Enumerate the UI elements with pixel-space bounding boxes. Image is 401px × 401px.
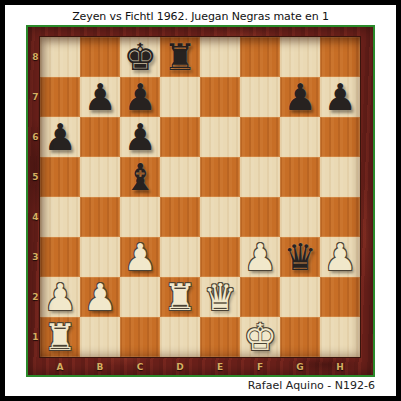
credit-text: Rafael Aquino - N192-6 bbox=[248, 379, 375, 392]
square-b1[interactable] bbox=[80, 317, 120, 357]
square-d5[interactable] bbox=[160, 157, 200, 197]
square-d7[interactable] bbox=[160, 77, 200, 117]
square-e3[interactable] bbox=[200, 237, 240, 277]
white-rook-d2[interactable]: ♜ bbox=[163, 279, 196, 316]
square-c7[interactable]: ♟ bbox=[120, 77, 160, 117]
file-label-E: E bbox=[200, 361, 240, 373]
file-label-G: G bbox=[280, 361, 320, 373]
square-g2[interactable] bbox=[280, 277, 320, 317]
square-d8[interactable]: ♜ bbox=[160, 37, 200, 77]
square-f8[interactable] bbox=[240, 37, 280, 77]
square-d4[interactable] bbox=[160, 197, 200, 237]
square-a6[interactable]: ♟ bbox=[40, 117, 80, 157]
white-queen-e2[interactable]: ♛ bbox=[203, 279, 236, 316]
black-king-c8[interactable]: ♚ bbox=[123, 39, 156, 76]
square-d2[interactable]: ♜ bbox=[160, 277, 200, 317]
white-pawn-h3[interactable]: ♟ bbox=[323, 239, 356, 276]
square-a4[interactable] bbox=[40, 197, 80, 237]
square-b2[interactable]: ♟ bbox=[80, 277, 120, 317]
rank-label-6: 6 bbox=[28, 117, 43, 157]
square-h8[interactable] bbox=[320, 37, 360, 77]
square-h7[interactable]: ♟ bbox=[320, 77, 360, 117]
square-h3[interactable]: ♟ bbox=[320, 237, 360, 277]
square-h5[interactable] bbox=[320, 157, 360, 197]
rank-label-2: 2 bbox=[28, 277, 43, 317]
square-h4[interactable] bbox=[320, 197, 360, 237]
file-label-A: A bbox=[40, 361, 80, 373]
chess-board: ♚♜♟♟♟♟♟♟♝♟♟♛♟♟♟♜♛♜♚ bbox=[39, 36, 361, 358]
square-b8[interactable] bbox=[80, 37, 120, 77]
square-c3[interactable]: ♟ bbox=[120, 237, 160, 277]
board-frame: ♚♜♟♟♟♟♟♟♝♟♟♛♟♟♟♜♛♜♚ 87654321ABCDEFGH bbox=[26, 25, 375, 377]
square-f7[interactable] bbox=[240, 77, 280, 117]
black-pawn-c6[interactable]: ♟ bbox=[123, 119, 156, 156]
white-pawn-b2[interactable]: ♟ bbox=[83, 279, 116, 316]
file-label-C: C bbox=[120, 361, 160, 373]
black-queen-g3[interactable]: ♛ bbox=[283, 239, 316, 276]
square-h6[interactable] bbox=[320, 117, 360, 157]
square-g1[interactable] bbox=[280, 317, 320, 357]
square-f1[interactable]: ♚ bbox=[240, 317, 280, 357]
square-c4[interactable] bbox=[120, 197, 160, 237]
square-g8[interactable] bbox=[280, 37, 320, 77]
square-e4[interactable] bbox=[200, 197, 240, 237]
square-e8[interactable] bbox=[200, 37, 240, 77]
square-d1[interactable] bbox=[160, 317, 200, 357]
black-rook-d8[interactable]: ♜ bbox=[163, 39, 196, 76]
black-pawn-c7[interactable]: ♟ bbox=[123, 79, 156, 116]
square-e5[interactable] bbox=[200, 157, 240, 197]
square-g7[interactable]: ♟ bbox=[280, 77, 320, 117]
square-f4[interactable] bbox=[240, 197, 280, 237]
puzzle-diagram: Zeyen vs Fichtl 1962. Juegan Negras mate… bbox=[0, 0, 401, 401]
square-d3[interactable] bbox=[160, 237, 200, 277]
square-e6[interactable] bbox=[200, 117, 240, 157]
black-pawn-b7[interactable]: ♟ bbox=[83, 79, 116, 116]
square-f6[interactable] bbox=[240, 117, 280, 157]
rank-label-3: 3 bbox=[28, 237, 43, 277]
square-c8[interactable]: ♚ bbox=[120, 37, 160, 77]
square-a1[interactable]: ♜ bbox=[40, 317, 80, 357]
square-g6[interactable] bbox=[280, 117, 320, 157]
square-c2[interactable] bbox=[120, 277, 160, 317]
file-label-F: F bbox=[240, 361, 280, 373]
rank-label-7: 7 bbox=[28, 77, 43, 117]
white-pawn-a2[interactable]: ♟ bbox=[43, 279, 76, 316]
square-a7[interactable] bbox=[40, 77, 80, 117]
puzzle-title: Zeyen vs Fichtl 1962. Juegan Negras mate… bbox=[5, 10, 396, 23]
square-d6[interactable] bbox=[160, 117, 200, 157]
square-f2[interactable] bbox=[240, 277, 280, 317]
square-b6[interactable] bbox=[80, 117, 120, 157]
rank-label-8: 8 bbox=[28, 37, 43, 77]
square-c5[interactable]: ♝ bbox=[120, 157, 160, 197]
white-pawn-c3[interactable]: ♟ bbox=[123, 239, 156, 276]
black-pawn-g7[interactable]: ♟ bbox=[283, 79, 316, 116]
square-a5[interactable] bbox=[40, 157, 80, 197]
square-b3[interactable] bbox=[80, 237, 120, 277]
black-pawn-a6[interactable]: ♟ bbox=[43, 119, 76, 156]
black-bishop-c5[interactable]: ♝ bbox=[123, 159, 156, 196]
square-g4[interactable] bbox=[280, 197, 320, 237]
square-h1[interactable] bbox=[320, 317, 360, 357]
file-label-H: H bbox=[320, 361, 360, 373]
square-c1[interactable] bbox=[120, 317, 160, 357]
square-h2[interactable] bbox=[320, 277, 360, 317]
square-e1[interactable] bbox=[200, 317, 240, 357]
square-f3[interactable]: ♟ bbox=[240, 237, 280, 277]
square-a2[interactable]: ♟ bbox=[40, 277, 80, 317]
square-f5[interactable] bbox=[240, 157, 280, 197]
square-a8[interactable] bbox=[40, 37, 80, 77]
rank-label-1: 1 bbox=[28, 317, 43, 357]
square-b7[interactable]: ♟ bbox=[80, 77, 120, 117]
black-pawn-h7[interactable]: ♟ bbox=[323, 79, 356, 116]
rank-label-5: 5 bbox=[28, 157, 43, 197]
square-b4[interactable] bbox=[80, 197, 120, 237]
square-b5[interactable] bbox=[80, 157, 120, 197]
square-e2[interactable]: ♛ bbox=[200, 277, 240, 317]
white-king-f1[interactable]: ♚ bbox=[243, 319, 276, 356]
white-pawn-f3[interactable]: ♟ bbox=[243, 239, 276, 276]
square-e7[interactable] bbox=[200, 77, 240, 117]
square-a3[interactable] bbox=[40, 237, 80, 277]
square-c6[interactable]: ♟ bbox=[120, 117, 160, 157]
file-label-B: B bbox=[80, 361, 120, 373]
square-g5[interactable] bbox=[280, 157, 320, 197]
file-label-D: D bbox=[160, 361, 200, 373]
square-g3[interactable]: ♛ bbox=[280, 237, 320, 277]
rank-label-4: 4 bbox=[28, 197, 43, 237]
white-rook-a1[interactable]: ♜ bbox=[43, 319, 76, 356]
